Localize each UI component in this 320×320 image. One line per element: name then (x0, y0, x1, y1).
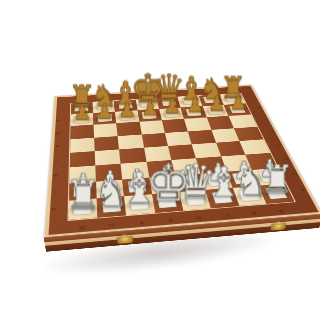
file-label-a: A (277, 207, 286, 214)
board-top-face: ♜♞♝♚♛♝♞♜♟♟♟♟♟♟♟♟♟♟♟♟♟♟♟♟♜♞♝♚♛♝♞♜ HGFEDCB… (45, 85, 320, 237)
white-pawn-b2: ♟ (208, 95, 226, 114)
file-label-f: F (138, 219, 144, 226)
squares-grid: ♜♞♝♚♛♝♞♜♟♟♟♟♟♟♟♟♟♟♟♟♟♟♟♟♜♞♝♚♛♝♞♜ (67, 93, 295, 221)
square-e4 (141, 133, 168, 148)
square-g5 (95, 149, 121, 165)
square-g3 (93, 123, 117, 137)
white-pawn-f2: ♟ (118, 100, 136, 119)
file-label-e: E (166, 217, 172, 224)
black-rook-h8: ♜ (65, 176, 101, 214)
brass-latch-right (270, 222, 286, 230)
rank-label-left-2: 2 (54, 120, 62, 122)
board-border: ♜♞♝♚♛♝♞♜♟♟♟♟♟♟♟♟♟♟♟♟♟♟♟♟♜♞♝♚♛♝♞♜ HGFEDCB… (48, 86, 318, 235)
white-pawn-a2: ♟ (229, 94, 247, 113)
file-label-b: B (250, 210, 258, 217)
square-e2: ♟ (137, 109, 162, 122)
brass-latch-left (116, 236, 132, 244)
rank-label-left-7: 7 (49, 190, 58, 193)
square-h3 (70, 125, 94, 139)
white-pawn-e2: ♟ (141, 99, 159, 118)
photo-canvas: ♜♞♝♚♛♝♞♜♟♟♟♟♟♟♟♟♟♟♟♟♟♟♟♟♜♞♝♚♛♝♞♜ HGFEDCB… (0, 0, 320, 320)
rank-label-right-4: 4 (268, 130, 276, 132)
rank-label-left-6: 6 (50, 174, 59, 177)
square-a5 (240, 139, 270, 154)
square-f8: ♝ (124, 194, 155, 215)
rank-label-left-4: 4 (52, 145, 60, 148)
white-pawn-h2: ♟ (73, 103, 92, 123)
square-d2: ♟ (159, 108, 184, 121)
rank-label-left-3: 3 (53, 132, 61, 134)
file-label-g: G (109, 221, 116, 228)
square-h4 (70, 138, 95, 153)
file-label-h: H (79, 224, 85, 231)
rank-label-right-5: 5 (274, 143, 283, 146)
chess-board: ♜♞♝♚♛♝♞♜♟♟♟♟♟♟♟♟♟♟♟♟♟♟♟♟♜♞♝♚♛♝♞♜ HGFEDCB… (45, 85, 320, 237)
rank-label-left-1: 1 (55, 108, 62, 110)
square-f5 (119, 148, 146, 164)
rank-label-left-8: 8 (48, 208, 58, 211)
rank-label-right-1: 1 (250, 96, 258, 98)
square-f4 (118, 134, 144, 149)
square-h8: ♜ (68, 199, 97, 220)
white-pawn-d2: ♟ (163, 98, 181, 117)
rank-label-left-5: 5 (51, 159, 60, 162)
rank-label-right-3: 3 (261, 118, 269, 120)
file-label-d: D (194, 214, 202, 221)
square-a4 (234, 127, 263, 141)
rank-label-right-8: 8 (298, 188, 308, 191)
square-f3 (116, 122, 141, 136)
white-pawn-c2: ♟ (186, 96, 204, 115)
white-pawn-g2: ♟ (96, 102, 114, 122)
file-label-c: C (222, 212, 230, 219)
rank-label-right-2: 2 (255, 107, 263, 109)
